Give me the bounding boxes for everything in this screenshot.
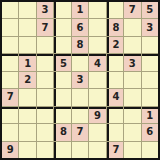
cell-r4c2-given-1[interactable]: 1 — [19, 54, 35, 70]
cell-r7c4-empty[interactable] — [54, 107, 70, 123]
cell-r3c2-empty[interactable] — [19, 37, 35, 53]
cell-r2c6-empty[interactable] — [89, 19, 105, 35]
cell-r2c1-empty[interactable] — [2, 19, 18, 35]
cell-r9c5-empty[interactable] — [72, 142, 88, 158]
cell-r8c9-given-6[interactable]: 6 — [142, 124, 158, 140]
cell-r3c7-given-2[interactable]: 2 — [107, 37, 123, 53]
cell-r2c4-empty[interactable] — [54, 19, 70, 35]
cell-r9c3-empty[interactable] — [37, 142, 53, 158]
cell-r5c2-given-2[interactable]: 2 — [19, 72, 35, 88]
cell-r5c9-empty[interactable] — [142, 72, 158, 88]
cell-r5c3-empty[interactable] — [37, 72, 53, 88]
cell-r5c5-given-3[interactable]: 3 — [72, 72, 88, 88]
cell-r9c1-given-9[interactable]: 9 — [2, 142, 18, 158]
cell-r7c7-empty[interactable] — [107, 107, 123, 123]
cell-r8c5-given-7[interactable]: 7 — [72, 124, 88, 140]
cell-r2c5-given-6[interactable]: 6 — [72, 19, 88, 35]
cell-r2c2-empty[interactable] — [19, 19, 35, 35]
cell-r9c4-empty[interactable] — [54, 142, 70, 158]
cell-r7c2-empty[interactable] — [19, 107, 35, 123]
cell-r4c3-empty[interactable] — [37, 54, 53, 70]
cell-r4c8-given-3[interactable]: 3 — [124, 54, 140, 70]
cell-r1c6-empty[interactable] — [89, 2, 105, 18]
cell-r9c2-empty[interactable] — [19, 142, 35, 158]
cell-r6c6-empty[interactable] — [89, 89, 105, 105]
cell-r6c7-given-4[interactable]: 4 — [107, 89, 123, 105]
sudoku-board: 3175768382154323749187697 — [0, 0, 160, 160]
cell-r6c8-empty[interactable] — [124, 89, 140, 105]
cell-r4c1-empty[interactable] — [2, 54, 18, 70]
cell-r3c5-given-8[interactable]: 8 — [72, 37, 88, 53]
cell-r9c7-given-7[interactable]: 7 — [107, 142, 123, 158]
cell-r6c5-empty[interactable] — [72, 89, 88, 105]
cell-r8c3-empty[interactable] — [37, 124, 53, 140]
cell-r6c3-empty[interactable] — [37, 89, 53, 105]
cell-r4c5-empty[interactable] — [72, 54, 88, 70]
cell-r8c4-given-8[interactable]: 8 — [54, 124, 70, 140]
cell-r5c8-empty[interactable] — [124, 72, 140, 88]
cell-r1c7-empty[interactable] — [107, 2, 123, 18]
cell-r5c1-empty[interactable] — [2, 72, 18, 88]
cell-r4c9-empty[interactable] — [142, 54, 158, 70]
cell-r1c1-empty[interactable] — [2, 2, 18, 18]
cell-r8c6-empty[interactable] — [89, 124, 105, 140]
cell-r5c4-empty[interactable] — [54, 72, 70, 88]
cell-r3c6-empty[interactable] — [89, 37, 105, 53]
cell-r2c9-given-3[interactable]: 3 — [142, 19, 158, 35]
cell-r7c6-given-9[interactable]: 9 — [89, 107, 105, 123]
cell-r2c8-empty[interactable] — [124, 19, 140, 35]
cell-r6c4-empty[interactable] — [54, 89, 70, 105]
cell-r7c8-empty[interactable] — [124, 107, 140, 123]
cell-r5c6-empty[interactable] — [89, 72, 105, 88]
cell-r7c3-empty[interactable] — [37, 107, 53, 123]
cell-r3c9-empty[interactable] — [142, 37, 158, 53]
cell-r4c4-given-5[interactable]: 5 — [54, 54, 70, 70]
cell-r1c8-given-7[interactable]: 7 — [124, 2, 140, 18]
cell-r8c2-empty[interactable] — [19, 124, 35, 140]
cell-r3c1-empty[interactable] — [2, 37, 18, 53]
cell-r8c8-empty[interactable] — [124, 124, 140, 140]
cell-r7c5-empty[interactable] — [72, 107, 88, 123]
cell-r2c3-given-7[interactable]: 7 — [37, 19, 53, 35]
cell-r1c5-given-1[interactable]: 1 — [72, 2, 88, 18]
cell-r3c4-empty[interactable] — [54, 37, 70, 53]
cell-r8c1-empty[interactable] — [2, 124, 18, 140]
cell-r3c3-empty[interactable] — [37, 37, 53, 53]
cell-r9c9-empty[interactable] — [142, 142, 158, 158]
cell-r3c8-empty[interactable] — [124, 37, 140, 53]
cell-r9c6-empty[interactable] — [89, 142, 105, 158]
cell-r1c2-empty[interactable] — [19, 2, 35, 18]
cell-r6c1-given-7[interactable]: 7 — [2, 89, 18, 105]
cell-r6c9-empty[interactable] — [142, 89, 158, 105]
cell-r1c4-empty[interactable] — [54, 2, 70, 18]
cell-r6c2-empty[interactable] — [19, 89, 35, 105]
cell-r9c8-empty[interactable] — [124, 142, 140, 158]
cell-r1c3-given-3[interactable]: 3 — [37, 2, 53, 18]
cell-r7c9-given-1[interactable]: 1 — [142, 107, 158, 123]
cell-r5c7-empty[interactable] — [107, 72, 123, 88]
cell-r4c7-empty[interactable] — [107, 54, 123, 70]
cell-r1c9-given-5[interactable]: 5 — [142, 2, 158, 18]
cell-r8c7-empty[interactable] — [107, 124, 123, 140]
cell-r2c7-given-8[interactable]: 8 — [107, 19, 123, 35]
cell-r4c6-given-4[interactable]: 4 — [89, 54, 105, 70]
cell-r7c1-empty[interactable] — [2, 107, 18, 123]
